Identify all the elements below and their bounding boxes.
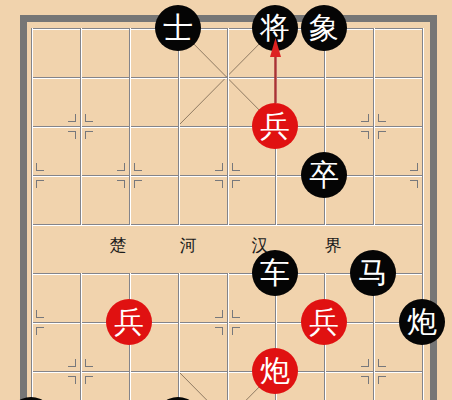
point-marker	[361, 376, 369, 384]
point-marker	[215, 310, 223, 318]
point-marker	[410, 180, 418, 188]
point-marker	[232, 327, 240, 335]
point-marker	[378, 131, 386, 139]
point-marker	[36, 163, 44, 171]
point-marker	[117, 163, 125, 171]
black-horse-h5[interactable]: 马	[350, 250, 396, 296]
point-marker	[410, 163, 418, 171]
point-marker	[134, 180, 142, 188]
red-soldier-c4[interactable]: 兵	[106, 299, 152, 345]
point-marker	[68, 114, 76, 122]
point-marker	[378, 114, 386, 122]
point-marker	[85, 376, 93, 384]
grid-line-v	[178, 273, 179, 400]
black-elephant-g10[interactable]: 象	[301, 5, 347, 51]
red-soldier-f8[interactable]: 兵	[252, 103, 298, 149]
point-marker	[361, 114, 369, 122]
black-chariot-f5[interactable]: 车	[252, 250, 298, 296]
grid-line-v	[31, 28, 32, 400]
point-marker	[117, 180, 125, 188]
river-label-jie: 界	[323, 237, 343, 255]
xiangqi-app: 士将象兵卒车马兵兵炮炮 楚 河 汉 界	[0, 0, 452, 400]
point-marker	[85, 131, 93, 139]
point-marker	[36, 180, 44, 188]
black-general-f10[interactable]: 将	[252, 5, 298, 51]
point-marker	[68, 376, 76, 384]
river-label-chu: 楚	[108, 237, 128, 255]
point-marker	[232, 163, 240, 171]
black-soldier-g7[interactable]: 卒	[301, 152, 347, 198]
black-advisor-d10[interactable]: 士	[155, 5, 201, 51]
board-outer-border	[20, 15, 437, 400]
grid-line-v	[227, 28, 228, 225]
point-marker	[85, 359, 93, 367]
point-marker	[215, 180, 223, 188]
red-soldier-g4[interactable]: 兵	[301, 299, 347, 345]
grid-line-v	[227, 273, 228, 400]
red-cannon-f3[interactable]: 炮	[252, 348, 298, 394]
point-marker	[232, 310, 240, 318]
point-marker	[36, 310, 44, 318]
black-cannon-i4[interactable]: 炮	[399, 299, 445, 345]
point-marker	[134, 163, 142, 171]
point-marker	[215, 163, 223, 171]
point-marker	[378, 376, 386, 384]
point-marker	[378, 359, 386, 367]
river-label-he: 河	[178, 237, 198, 255]
point-marker	[85, 114, 93, 122]
grid-line-v	[129, 28, 130, 225]
grid-line-v	[373, 28, 374, 225]
point-marker	[232, 180, 240, 188]
grid-line-v	[80, 273, 81, 400]
point-marker	[215, 327, 223, 335]
point-marker	[68, 131, 76, 139]
point-marker	[361, 131, 369, 139]
grid-line-v	[80, 28, 81, 225]
grid-line-v	[178, 28, 179, 225]
point-marker	[68, 359, 76, 367]
point-marker	[361, 359, 369, 367]
point-marker	[36, 327, 44, 335]
